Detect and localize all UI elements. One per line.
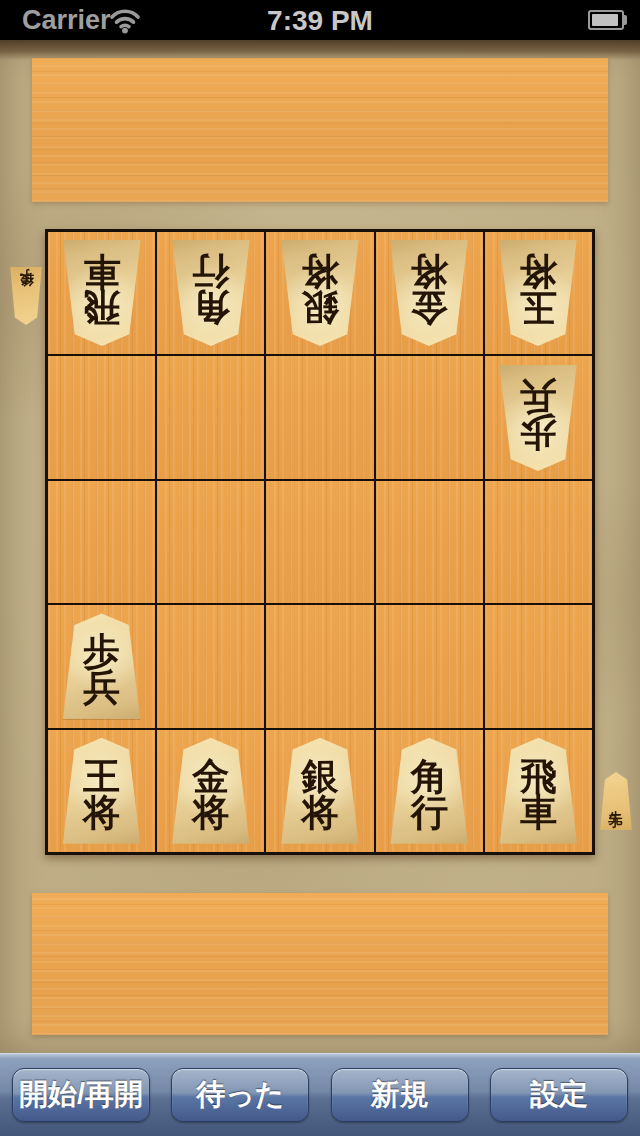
board-square-3c[interactable]: [266, 481, 373, 603]
board-square-2a[interactable]: 金将: [376, 232, 483, 354]
gote-marker-label: 後手: [17, 294, 35, 298]
board-square-1d[interactable]: [485, 605, 592, 727]
board-square-4d[interactable]: [157, 605, 264, 727]
board-square-5c[interactable]: [48, 481, 155, 603]
board-square-4c[interactable]: [157, 481, 264, 603]
board-square-5d[interactable]: 歩兵: [48, 605, 155, 727]
board-square-1e[interactable]: 飛車: [485, 730, 592, 852]
board-square-2e[interactable]: 角行: [376, 730, 483, 852]
piece-king-gote[interactable]: 玉将: [494, 240, 582, 346]
piece-silver-sente[interactable]: 銀将: [276, 738, 364, 844]
sente-captured-tray: [32, 893, 608, 1035]
board-square-1c[interactable]: [485, 481, 592, 603]
board-square-3b[interactable]: [266, 356, 373, 478]
piece-gold-gote[interactable]: 金将: [385, 240, 473, 346]
board-square-5b[interactable]: [48, 356, 155, 478]
board-square-4e[interactable]: 金将: [157, 730, 264, 852]
top-shadow: [0, 40, 640, 60]
board-square-5a[interactable]: 飛車: [48, 232, 155, 354]
board-square-3a[interactable]: 銀将: [266, 232, 373, 354]
board-square-2b[interactable]: [376, 356, 483, 478]
undo-button[interactable]: 待った: [171, 1068, 309, 1122]
status-bar: Carrier 7:39 PM: [0, 0, 640, 40]
board-square-1b[interactable]: 歩兵: [485, 356, 592, 478]
piece-rook-gote[interactable]: 飛車: [58, 240, 146, 346]
play-field-background: 飛車角行銀将金将玉将歩兵歩兵王将金将銀将角行飛車 後手 先手: [0, 40, 640, 1053]
piece-silver-gote[interactable]: 銀将: [276, 240, 364, 346]
board-square-2c[interactable]: [376, 481, 483, 603]
piece-gold-sente[interactable]: 金将: [167, 738, 255, 844]
piece-rook-sente[interactable]: 飛車: [494, 738, 582, 844]
sente-marker-label: 先手: [607, 799, 625, 803]
gote-side-marker: 後手: [8, 267, 44, 325]
gote-captured-tray: [32, 58, 608, 202]
bottom-toolbar: 開始/再開 待った 新規 設定: [0, 1053, 640, 1136]
settings-button[interactable]: 設定: [490, 1068, 628, 1122]
board-square-4b[interactable]: [157, 356, 264, 478]
board-square-3d[interactable]: [266, 605, 373, 727]
board-square-2d[interactable]: [376, 605, 483, 727]
piece-bishop-gote[interactable]: 角行: [167, 240, 255, 346]
shogi-board[interactable]: 飛車角行銀将金将玉将歩兵歩兵王将金将銀将角行飛車: [45, 229, 595, 855]
board-square-4a[interactable]: 角行: [157, 232, 264, 354]
piece-king-sente[interactable]: 王将: [58, 738, 146, 844]
board-square-5e[interactable]: 王将: [48, 730, 155, 852]
board-square-1a[interactable]: 玉将: [485, 232, 592, 354]
start-resume-button[interactable]: 開始/再開: [12, 1068, 150, 1122]
piece-bishop-sente[interactable]: 角行: [385, 738, 473, 844]
sente-side-marker: 先手: [598, 772, 634, 830]
piece-pawn-gote[interactable]: 歩兵: [494, 365, 582, 471]
clock: 7:39 PM: [0, 5, 640, 37]
battery-icon: [588, 10, 628, 30]
piece-pawn-sente[interactable]: 歩兵: [58, 613, 146, 719]
new-game-button[interactable]: 新規: [331, 1068, 469, 1122]
board-square-3e[interactable]: 銀将: [266, 730, 373, 852]
